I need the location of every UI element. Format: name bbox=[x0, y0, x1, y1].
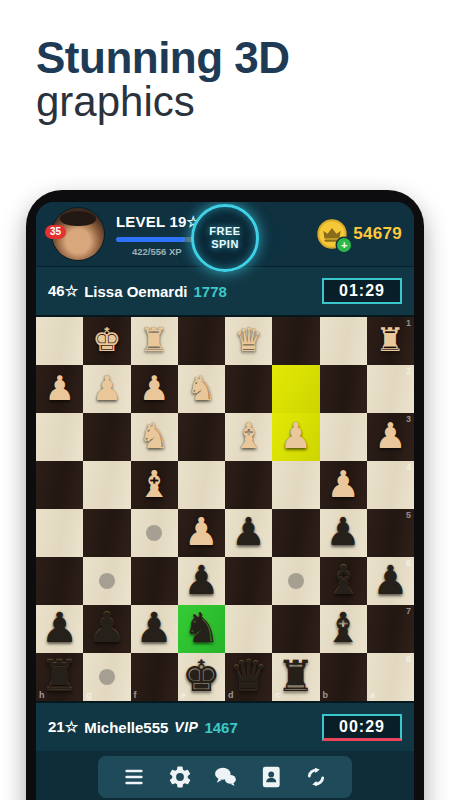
piece-bP-g7[interactable]: ♟ bbox=[88, 607, 125, 649]
square-a7[interactable]: 7 bbox=[367, 605, 414, 653]
contacts-button[interactable] bbox=[257, 763, 285, 791]
coin-balance[interactable]: + 54679 bbox=[317, 219, 402, 249]
player-name: Michelle555 bbox=[84, 719, 168, 736]
top-bar: 35 LEVEL 19☆ 422/556 XP FREE SPIN bbox=[36, 202, 414, 267]
square-a5[interactable]: 5 bbox=[367, 509, 414, 557]
avatar[interactable]: 35 bbox=[52, 208, 104, 260]
square-g8[interactable]: g bbox=[83, 653, 130, 701]
piece-wP-g2[interactable]: ♟ bbox=[92, 371, 122, 405]
square-d8[interactable]: d♛ bbox=[225, 653, 272, 701]
rank-label-1: 1 bbox=[406, 318, 411, 328]
hero-title-light: graphics bbox=[36, 80, 290, 124]
square-b5[interactable]: ♟ bbox=[320, 509, 367, 557]
square-c7[interactable] bbox=[272, 605, 319, 653]
piece-wK-g1[interactable]: ♚ bbox=[92, 324, 121, 357]
opponent-clock: 01:29 bbox=[322, 278, 402, 304]
piece-wN-e2[interactable]: ♞ bbox=[186, 371, 216, 405]
file-label-f: f bbox=[134, 690, 137, 700]
square-e5[interactable]: ♟ bbox=[178, 509, 225, 557]
square-a4[interactable]: 4 bbox=[367, 461, 414, 509]
square-c4[interactable] bbox=[272, 461, 319, 509]
square-a1[interactable]: 1♜ bbox=[367, 317, 414, 365]
square-g7[interactable]: ♟ bbox=[83, 605, 130, 653]
square-f3[interactable]: ♞ bbox=[131, 413, 178, 461]
square-b4[interactable]: ♟ bbox=[320, 461, 367, 509]
rank-label-5: 5 bbox=[406, 510, 411, 520]
contacts-icon bbox=[258, 764, 284, 790]
app-screen: 35 LEVEL 19☆ 422/556 XP FREE SPIN bbox=[36, 202, 414, 800]
square-h6[interactable] bbox=[36, 557, 83, 605]
legal-move-dot-c6[interactable] bbox=[288, 573, 304, 589]
rematch-button[interactable] bbox=[302, 763, 330, 791]
square-e6[interactable]: ♟ bbox=[178, 557, 225, 605]
rank-label-4: 4 bbox=[406, 462, 411, 472]
opponent-level: 46☆ bbox=[48, 282, 78, 300]
player-rating: 1467 bbox=[204, 719, 237, 736]
piece-bP-b5[interactable]: ♟ bbox=[326, 513, 361, 552]
square-d4[interactable] bbox=[225, 461, 272, 509]
player-bar: 21☆ Michelle555 VIP 1467 00:29 bbox=[36, 701, 414, 751]
piece-bP-e6[interactable]: ♟ bbox=[183, 560, 219, 600]
chess-board: ♚♜♛1♜♟♟♟♞2♞♝♟3♟♝♟4♟♟♟5♟♝6♟♟♟♟♞♝7h♜gfe♚d♛… bbox=[36, 317, 414, 701]
settings-gear-icon bbox=[167, 764, 193, 790]
square-f2[interactable]: ♟ bbox=[131, 365, 178, 413]
square-g2[interactable]: ♟ bbox=[83, 365, 130, 413]
square-g3[interactable] bbox=[83, 413, 130, 461]
piece-wP-c3[interactable]: ♟ bbox=[280, 418, 312, 454]
hero-headline: Stunning 3D graphics bbox=[36, 36, 290, 124]
square-c5[interactable] bbox=[272, 509, 319, 557]
vip-badge: VIP bbox=[174, 719, 198, 735]
piece-bR-h8[interactable]: ♜ bbox=[40, 655, 79, 698]
free-spin-line1: FREE bbox=[209, 225, 240, 238]
file-label-b: b bbox=[323, 690, 329, 700]
free-spin-line2: SPIN bbox=[211, 238, 239, 251]
piece-wQ-d1[interactable]: ♛ bbox=[234, 324, 263, 357]
menu-button[interactable] bbox=[120, 763, 148, 791]
square-f5[interactable] bbox=[131, 509, 178, 557]
square-e1[interactable] bbox=[178, 317, 225, 365]
piece-wB-d3[interactable]: ♝ bbox=[233, 418, 265, 454]
square-e4[interactable] bbox=[178, 461, 225, 509]
hero-title-bold: Stunning 3D bbox=[36, 36, 290, 80]
square-h1[interactable] bbox=[36, 317, 83, 365]
piece-wP-e5[interactable]: ♟ bbox=[184, 513, 219, 552]
square-h5[interactable] bbox=[36, 509, 83, 557]
square-h4[interactable] bbox=[36, 461, 83, 509]
add-coins-icon[interactable]: + bbox=[337, 238, 351, 252]
square-h3[interactable] bbox=[36, 413, 83, 461]
square-g5[interactable] bbox=[83, 509, 130, 557]
opponent-name: Lissa Oemardi bbox=[84, 283, 187, 300]
square-d5[interactable]: ♟ bbox=[225, 509, 272, 557]
square-h7[interactable]: ♟ bbox=[36, 605, 83, 653]
phone-frame: 35 LEVEL 19☆ 422/556 XP FREE SPIN bbox=[26, 190, 424, 800]
square-a6[interactable]: 6♟ bbox=[367, 557, 414, 605]
square-e7[interactable]: ♞ bbox=[178, 605, 225, 653]
square-d2[interactable] bbox=[225, 365, 272, 413]
free-spin-button[interactable]: FREE SPIN bbox=[191, 204, 259, 272]
square-b8[interactable]: b bbox=[320, 653, 367, 701]
piece-bP-f7[interactable]: ♟ bbox=[136, 607, 173, 649]
piece-bN-e7[interactable]: ♞ bbox=[183, 607, 220, 649]
coin-count: 54679 bbox=[353, 224, 402, 244]
legal-move-dot-g8[interactable] bbox=[99, 669, 115, 685]
square-c6[interactable] bbox=[272, 557, 319, 605]
square-a3[interactable]: 3♟ bbox=[367, 413, 414, 461]
piece-wP-h2[interactable]: ♟ bbox=[44, 371, 74, 405]
piece-bP-a6[interactable]: ♟ bbox=[372, 560, 408, 600]
square-b7[interactable]: ♝ bbox=[320, 605, 367, 653]
piece-bP-h7[interactable]: ♟ bbox=[41, 607, 78, 649]
game-toolbar bbox=[98, 756, 352, 798]
square-a2[interactable]: 2 bbox=[367, 365, 414, 413]
square-e2[interactable]: ♞ bbox=[178, 365, 225, 413]
chat-icon bbox=[212, 764, 238, 790]
square-c8[interactable]: c♜ bbox=[272, 653, 319, 701]
rank-label-2: 2 bbox=[406, 366, 411, 376]
square-c2[interactable] bbox=[272, 365, 319, 413]
chat-button[interactable] bbox=[211, 763, 239, 791]
piece-wR-a1[interactable]: ♜ bbox=[376, 324, 405, 357]
rank-label-3: 3 bbox=[406, 414, 411, 424]
toolbar-zone bbox=[36, 751, 414, 800]
square-g4[interactable] bbox=[83, 461, 130, 509]
square-d1[interactable]: ♛ bbox=[225, 317, 272, 365]
square-f8[interactable]: f bbox=[131, 653, 178, 701]
piece-bB-b6[interactable]: ♝ bbox=[325, 560, 361, 600]
square-b6[interactable]: ♝ bbox=[320, 557, 367, 605]
square-d6[interactable] bbox=[225, 557, 272, 605]
square-d7[interactable] bbox=[225, 605, 272, 653]
square-c3[interactable]: ♟ bbox=[272, 413, 319, 461]
opponent-rating: 1778 bbox=[194, 283, 227, 300]
square-g6[interactable] bbox=[83, 557, 130, 605]
square-h8[interactable]: h♜ bbox=[36, 653, 83, 701]
player-level: 21☆ bbox=[48, 718, 78, 736]
square-b3[interactable] bbox=[320, 413, 367, 461]
square-d3[interactable]: ♝ bbox=[225, 413, 272, 461]
menu-icon bbox=[121, 764, 147, 790]
square-e3[interactable] bbox=[178, 413, 225, 461]
square-f6[interactable] bbox=[131, 557, 178, 605]
legal-move-dot-f5[interactable] bbox=[146, 525, 162, 541]
square-e8[interactable]: e♚ bbox=[178, 653, 225, 701]
square-h2[interactable]: ♟ bbox=[36, 365, 83, 413]
square-a8[interactable]: 8a bbox=[367, 653, 414, 701]
notification-badge: 35 bbox=[45, 225, 66, 239]
square-g1[interactable]: ♚ bbox=[83, 317, 130, 365]
piece-wP-a3[interactable]: ♟ bbox=[374, 418, 406, 454]
piece-bB-b7[interactable]: ♝ bbox=[325, 607, 362, 649]
square-f4[interactable]: ♝ bbox=[131, 461, 178, 509]
piece-wB-f4[interactable]: ♝ bbox=[138, 466, 171, 503]
file-label-g: g bbox=[86, 690, 92, 700]
coin-crown-icon: + bbox=[317, 219, 347, 249]
piece-bP-d5[interactable]: ♟ bbox=[231, 513, 266, 552]
opponent-bar: 46☆ Lissa Oemardi 1778 01:29 bbox=[36, 267, 414, 317]
player-clock: 00:29 bbox=[322, 714, 402, 741]
piece-bK-e8[interactable]: ♚ bbox=[182, 655, 221, 698]
piece-wR-f1[interactable]: ♜ bbox=[140, 324, 169, 357]
square-b1[interactable] bbox=[320, 317, 367, 365]
square-b2[interactable] bbox=[320, 365, 367, 413]
square-f7[interactable]: ♟ bbox=[131, 605, 178, 653]
file-label-a: a bbox=[370, 690, 375, 700]
legal-move-dot-g6[interactable] bbox=[99, 573, 115, 589]
square-f1[interactable]: ♜ bbox=[131, 317, 178, 365]
piece-bR-c8[interactable]: ♜ bbox=[277, 655, 316, 698]
piece-wP-f2[interactable]: ♟ bbox=[139, 371, 169, 405]
swap-arrows-icon bbox=[300, 761, 332, 793]
rank-label-8: 8 bbox=[406, 654, 411, 664]
square-c1[interactable] bbox=[272, 317, 319, 365]
piece-wP-b4[interactable]: ♟ bbox=[327, 466, 360, 503]
piece-wN-f3[interactable]: ♞ bbox=[138, 418, 170, 454]
rank-label-7: 7 bbox=[406, 606, 411, 616]
xp-progress-fill bbox=[116, 237, 185, 242]
settings-button[interactable] bbox=[166, 763, 194, 791]
piece-bQ-d8[interactable]: ♛ bbox=[229, 655, 268, 698]
